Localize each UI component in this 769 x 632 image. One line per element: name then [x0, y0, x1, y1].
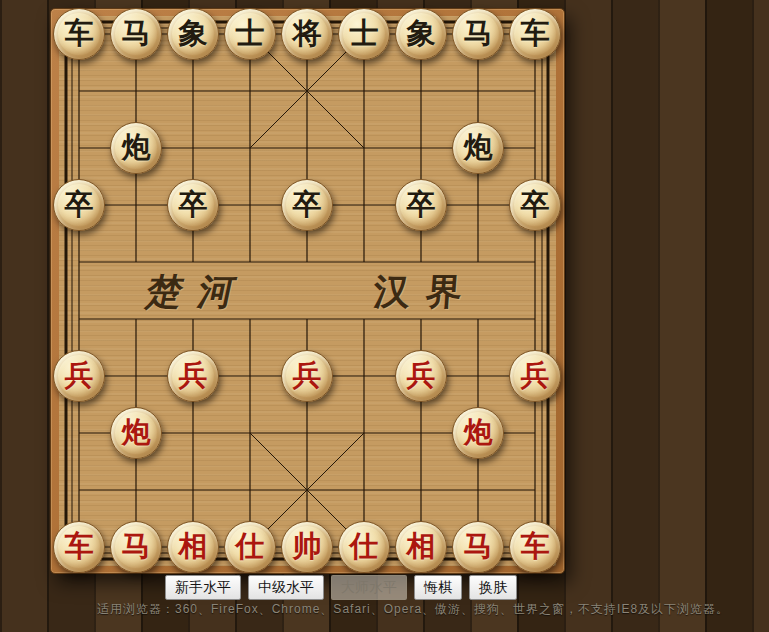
piece-black-soldier-5[interactable]: 卒 — [509, 179, 561, 231]
button-beginner-level[interactable]: 新手水平 — [165, 575, 241, 600]
button-undo-move[interactable]: 悔棋 — [414, 575, 462, 600]
black-soldier-2-glyph: 卒 — [179, 190, 208, 219]
black-horse-right-glyph: 马 — [464, 19, 493, 48]
red-soldier-5-glyph: 兵 — [521, 361, 550, 390]
piece-black-cannon-right[interactable]: 炮 — [452, 122, 504, 174]
red-soldier-2-glyph: 兵 — [179, 361, 208, 390]
button-master-level: 大师水平 — [331, 575, 407, 600]
pieces-layer: 车马象士将士象马车炮炮卒卒卒卒卒兵兵兵兵兵炮炮车马相仕帅仕相马车 — [51, 9, 564, 573]
red-soldier-4-glyph: 兵 — [407, 361, 436, 390]
black-soldier-4-glyph: 卒 — [407, 190, 436, 219]
black-elephant-left-glyph: 象 — [179, 19, 208, 48]
black-general-glyph: 将 — [293, 19, 322, 48]
piece-red-advisor-left[interactable]: 仕 — [224, 521, 276, 573]
piece-red-general[interactable]: 帅 — [281, 521, 333, 573]
red-cannon-right-glyph: 炮 — [464, 418, 493, 447]
red-horse-left-glyph: 马 — [122, 532, 151, 561]
black-cannon-left-glyph: 炮 — [122, 133, 151, 162]
controls-bar: 新手水平 中级水平 大师水平 悔棋 换肤 — [165, 575, 517, 600]
browser-compat-note: 适用浏览器：360、FireFox、Chrome、Safari、Opera、傲游… — [97, 601, 729, 618]
piece-black-advisor-left[interactable]: 士 — [224, 8, 276, 60]
piece-red-cannon-left[interactable]: 炮 — [110, 407, 162, 459]
piece-black-cannon-left[interactable]: 炮 — [110, 122, 162, 174]
red-elephant-left-glyph: 相 — [179, 532, 208, 561]
button-intermediate-level[interactable]: 中级水平 — [248, 575, 324, 600]
piece-red-soldier-2[interactable]: 兵 — [167, 350, 219, 402]
piece-black-horse-left[interactable]: 马 — [110, 8, 162, 60]
piece-black-chariot-right[interactable]: 车 — [509, 8, 561, 60]
piece-red-elephant-right[interactable]: 相 — [395, 521, 447, 573]
piece-red-horse-left[interactable]: 马 — [110, 521, 162, 573]
piece-black-soldier-3[interactable]: 卒 — [281, 179, 333, 231]
piece-red-horse-right[interactable]: 马 — [452, 521, 504, 573]
black-advisor-right-glyph: 士 — [350, 19, 379, 48]
black-chariot-right-glyph: 车 — [521, 19, 550, 48]
piece-red-chariot-left[interactable]: 车 — [53, 521, 105, 573]
red-general-glyph: 帅 — [293, 532, 322, 561]
black-advisor-left-glyph: 士 — [236, 19, 265, 48]
piece-red-chariot-right[interactable]: 车 — [509, 521, 561, 573]
xiangqi-board[interactable]: 楚河 汉界 车马象士将士象马车炮炮卒卒卒卒卒兵兵兵兵兵炮炮车马相仕帅仕相马车 — [50, 8, 565, 574]
piece-black-advisor-right[interactable]: 士 — [338, 8, 390, 60]
piece-red-soldier-1[interactable]: 兵 — [53, 350, 105, 402]
red-soldier-1-glyph: 兵 — [65, 361, 94, 390]
black-soldier-1-glyph: 卒 — [65, 190, 94, 219]
piece-black-elephant-right[interactable]: 象 — [395, 8, 447, 60]
button-change-skin[interactable]: 换肤 — [469, 575, 517, 600]
black-elephant-right-glyph: 象 — [407, 19, 436, 48]
black-soldier-3-glyph: 卒 — [293, 190, 322, 219]
red-soldier-3-glyph: 兵 — [293, 361, 322, 390]
piece-red-elephant-left[interactable]: 相 — [167, 521, 219, 573]
piece-black-chariot-left[interactable]: 车 — [53, 8, 105, 60]
red-horse-right-glyph: 马 — [464, 532, 493, 561]
piece-black-soldier-4[interactable]: 卒 — [395, 179, 447, 231]
piece-red-soldier-4[interactable]: 兵 — [395, 350, 447, 402]
black-cannon-right-glyph: 炮 — [464, 133, 493, 162]
piece-black-horse-right[interactable]: 马 — [452, 8, 504, 60]
red-chariot-right-glyph: 车 — [521, 532, 550, 561]
piece-red-soldier-3[interactable]: 兵 — [281, 350, 333, 402]
piece-red-soldier-5[interactable]: 兵 — [509, 350, 561, 402]
red-cannon-left-glyph: 炮 — [122, 418, 151, 447]
piece-black-soldier-1[interactable]: 卒 — [53, 179, 105, 231]
black-chariot-left-glyph: 车 — [65, 19, 94, 48]
piece-black-general[interactable]: 将 — [281, 8, 333, 60]
piece-black-soldier-2[interactable]: 卒 — [167, 179, 219, 231]
black-soldier-5-glyph: 卒 — [521, 190, 550, 219]
piece-red-advisor-right[interactable]: 仕 — [338, 521, 390, 573]
red-elephant-right-glyph: 相 — [407, 532, 436, 561]
piece-red-cannon-right[interactable]: 炮 — [452, 407, 504, 459]
red-chariot-left-glyph: 车 — [65, 532, 94, 561]
red-advisor-left-glyph: 仕 — [236, 532, 265, 561]
piece-black-elephant-left[interactable]: 象 — [167, 8, 219, 60]
black-horse-left-glyph: 马 — [122, 19, 151, 48]
red-advisor-right-glyph: 仕 — [350, 532, 379, 561]
page-background: { "game": "xiangqi", "position": "rnbaka… — [0, 0, 769, 632]
